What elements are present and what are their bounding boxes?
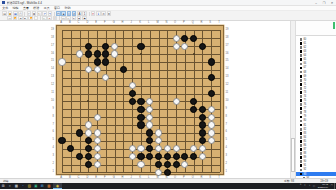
score-icon[interactable]: ∑ [72,16,77,20]
white-stone[interactable] [155,129,162,136]
toolbar-separator [89,12,90,16]
black-move-icon [300,50,303,53]
black-stone[interactable] [120,66,127,73]
main-area: 6061626364656667686970717273747576777879… [0,21,336,178]
nav-back-10-icon[interactable]: ⏪ [13,16,18,20]
black-move-icon [300,58,303,61]
black-move-icon [300,91,303,94]
row-coordinate-label: 5 [226,138,233,141]
options-icon[interactable]: ⚙ [107,11,112,15]
row-coordinate-label: 7 [47,123,54,126]
new-file-icon[interactable]: ▤ [2,11,7,15]
row-coordinate-label: 18 [226,36,233,39]
row-coordinate-label: 8 [47,115,54,118]
black-stone[interactable] [146,153,153,160]
white-stone[interactable] [164,145,171,152]
move-label: 87 [303,148,306,151]
white-stone[interactable] [155,137,162,144]
nav-next-icon[interactable]: ▶ [23,16,28,20]
maximize-button[interactable]: ❐ [320,0,328,6]
black-move-icon [300,148,303,151]
row-coordinate-label: 13 [47,75,54,78]
row-coordinate-label: 14 [47,67,54,70]
nav-fwd-10-icon[interactable]: ⏩ [28,16,33,20]
col-coordinate-label: Q [190,21,195,24]
black-stone[interactable] [146,129,153,136]
move-label: 88 [303,152,306,155]
row-coordinate-label: 17 [226,44,233,47]
black-stone[interactable] [208,58,215,65]
col-coordinate-label: L [146,21,151,24]
move-label: 61 [303,42,306,45]
black-stone[interactable] [164,169,171,176]
white-stone[interactable] [129,145,136,152]
white-move-icon [300,144,303,147]
white-move-icon [300,103,303,106]
black-stone[interactable] [190,98,197,105]
row-coordinate-label: 10 [47,99,54,102]
white-stone[interactable] [208,121,215,128]
white-stone[interactable] [146,106,153,113]
black-stone[interactable] [137,106,144,113]
black-move-icon [300,156,303,159]
white-stone[interactable] [58,58,65,65]
white-stone[interactable] [85,121,92,128]
black-move-icon [300,124,303,127]
move-label: 75 [303,99,306,102]
row-coordinate-label: 2 [47,162,54,165]
col-coordinate-label: T [217,21,222,24]
black-stone[interactable] [85,43,92,50]
black-stone[interactable] [199,43,206,50]
black-stone[interactable] [94,58,101,65]
black-stone[interactable] [199,121,206,128]
black-stone[interactable] [199,129,206,136]
move-label: 74 [303,95,306,98]
move-label: 65 [303,58,306,61]
black-stone[interactable] [76,129,83,136]
stop-icon[interactable]: ■ [47,16,52,20]
black-stone[interactable] [199,137,206,144]
menu-item[interactable]: 编辑 [10,6,20,11]
black-stone[interactable] [85,137,92,144]
black-stone[interactable] [102,43,109,50]
system-tray: ^≈♪中16:422023/6/14▭ [298,183,336,190]
row-coordinate-label: 12 [226,83,233,86]
black-move-icon [300,164,303,167]
row-coordinate-label: 1 [226,170,233,173]
move-label: 91 [303,164,306,167]
white-stone[interactable] [181,43,188,50]
move-tree-panel: 6061626364656667686970717273747576777879… [296,21,336,178]
black-stone[interactable] [155,153,162,160]
toolbar-separator [59,16,60,20]
row-coordinate-label: 4 [226,146,233,149]
delete-node-icon[interactable]: ✕ [91,11,96,15]
star-point [193,53,195,55]
row-coordinate-label: 12 [47,83,54,86]
active-app-taskbar-button[interactable]: ◉ [53,183,62,190]
nav-last-icon[interactable]: ⏭ [34,16,39,20]
row-coordinate-label: 8 [226,115,233,118]
row-coordinate-label: 5 [47,138,54,141]
move-label: 80 [303,119,306,122]
row-coordinate-label: 18 [47,36,54,39]
white-stone[interactable] [173,35,180,42]
white-stone[interactable] [94,137,101,144]
white-stone[interactable] [199,153,206,160]
black-stone[interactable] [181,153,188,160]
black-move-icon [300,140,303,143]
black-stone[interactable] [137,121,144,128]
col-coordinate-label: D [85,21,90,24]
black-stone[interactable] [85,161,92,168]
row-coordinate-label: 16 [47,52,54,55]
white-stone[interactable] [181,161,188,168]
col-coordinate-label: F [102,21,107,24]
white-move-icon [300,111,303,114]
white-stone[interactable] [94,153,101,160]
black-stone[interactable] [199,106,206,113]
row-coordinate-label: 14 [226,67,233,70]
white-stone[interactable] [146,98,153,105]
black-stone[interactable] [164,153,171,160]
row-coordinate-label: 7 [226,123,233,126]
black-stone[interactable] [190,35,197,42]
col-coordinate-label: K [138,21,143,24]
black-stone[interactable] [164,161,171,168]
menu-item[interactable]: 帮助 [62,6,72,11]
white-move-icon [300,54,303,57]
white-stone[interactable] [111,50,118,57]
row-coordinate-label: 1 [47,170,54,173]
black-stone[interactable] [173,161,180,168]
black-stone[interactable] [129,98,136,105]
move-label: 79 [303,115,306,118]
move-label: 68 [303,71,306,74]
toolbar-separator [24,12,25,16]
black-move-icon [300,132,303,135]
row-coordinate-label: 11 [226,91,233,94]
black-stone[interactable] [67,145,74,152]
black-stone[interactable] [155,161,162,168]
black-stone[interactable] [102,50,109,57]
move-label: 71 [303,83,306,86]
row-coordinate-label: 6 [47,130,54,133]
black-move-icon [300,67,303,70]
black-stone[interactable] [137,114,144,121]
white-stone[interactable] [94,145,101,152]
row-coordinate-label: 11 [47,91,54,94]
col-coordinate-label: A [59,21,64,24]
black-stone[interactable] [76,153,83,160]
toolbar-separator [40,16,41,20]
white-stone[interactable] [129,153,136,160]
menu-item[interactable]: 窗口 [52,6,62,11]
row-coordinate-label: 15 [226,59,233,62]
white-stone[interactable] [102,74,109,81]
minimize-button[interactable]: – [312,0,320,6]
col-coordinate-label: B [67,21,72,24]
row-coordinate-label: 19 [47,28,54,31]
col-coordinate-label: G [111,21,116,24]
menu-item[interactable]: 棋谱 [31,6,41,11]
move-label: 85 [303,140,306,143]
move-label: 77 [303,107,306,110]
black-stone[interactable] [129,90,136,97]
row-coordinate-label: 3 [47,154,54,157]
move-label: 62 [303,46,306,49]
white-move-icon [300,136,303,139]
black-stone[interactable] [173,153,180,160]
row-coordinate-label: 10 [226,99,233,102]
black-stone[interactable] [102,58,109,65]
nav-prev-icon[interactable]: ◀ [18,16,23,20]
menu-item[interactable]: 文件 [0,6,10,11]
move-label: 90 [303,160,306,163]
flag-icon[interactable]: ⚑ [82,16,87,20]
show-move-numbers-icon[interactable]: # [53,16,58,20]
move-label: 69 [303,75,306,78]
white-stone[interactable] [94,161,101,168]
taskbar-clock[interactable]: 16:422023/6/14 [318,183,328,188]
white-stone[interactable] [137,145,144,152]
move-label: 92 [303,168,306,171]
app-icon [2,1,5,4]
row-coordinate-label: 6 [226,130,233,133]
black-stone[interactable] [199,114,206,121]
move-label: 82 [303,128,306,131]
move-tree-header [296,21,336,36]
row-coordinate-label: 15 [47,59,54,62]
white-move-icon [300,63,303,66]
white-move-icon [300,46,303,49]
white-stone[interactable] [208,137,215,144]
menu-item[interactable]: 工具 [42,6,52,11]
row-coordinate-label: 17 [47,44,54,47]
game-tree-icon[interactable]: ⌥ [61,16,66,20]
move-label: 70 [303,79,306,82]
move-label: 89 [303,156,306,159]
black-move-icon [300,173,303,176]
move-label: 84 [303,136,306,139]
row-coordinate-label: 4 [47,146,54,149]
col-coordinate-label: J [129,21,134,24]
white-stone[interactable] [155,169,162,176]
white-stone[interactable] [155,145,162,152]
desktop: 棋谱2023.sgf - MultiGo 4.4 – ❐ ✕ 文件编辑查看棋谱工… [0,0,336,189]
black-stone[interactable] [58,137,65,144]
white-stone[interactable] [208,129,215,136]
white-stone[interactable] [94,66,101,73]
move-label: 86 [303,144,306,147]
col-coordinate-label: E [94,21,99,24]
white-move-icon [300,152,303,155]
col-coordinate-label: M [155,21,160,24]
white-move-icon [300,169,303,172]
col-coordinate-label: S [208,21,213,24]
white-stone[interactable] [94,129,101,136]
move-tree-list: 6061626364656667686970717273747576777879… [296,37,336,178]
move-label: 67 [303,66,306,69]
move-label: 63 [303,50,306,53]
white-stone[interactable] [76,50,83,57]
row-coordinate-label: 3 [226,154,233,157]
move-label: 81 [303,124,306,127]
black-stone[interactable] [208,74,215,81]
white-stone[interactable] [173,43,180,50]
black-stone[interactable] [85,145,92,152]
white-stone[interactable] [94,114,101,121]
black-move-icon [300,83,303,86]
black-stone[interactable] [137,98,144,105]
white-stone[interactable] [173,145,180,152]
white-move-icon [300,71,303,74]
black-stone[interactable] [85,153,92,160]
move-label: 76 [303,103,306,106]
white-stone[interactable] [208,114,215,121]
move-label: 64 [303,54,306,57]
toolbar-separator [54,12,55,16]
white-stone[interactable] [111,43,118,50]
white-stone[interactable] [85,66,92,73]
black-stone[interactable] [85,50,92,57]
white-stone[interactable] [146,121,153,128]
photos-icon[interactable]: ▩ [46,183,53,190]
windows-taskbar: ⊞○▦◔▨▣✉▩◉^≈♪中16:422023/6/14▭ [0,183,336,190]
move-label: 72 [303,87,306,90]
star-point [140,53,142,55]
find-icon[interactable]: ◎ [101,11,106,15]
menu-item[interactable]: 查看 [21,6,31,11]
window-title: 棋谱2023.sgf - MultiGo 4.4 [7,1,313,5]
game-info-icon[interactable]: ℹ [96,11,101,15]
move-label: 60 [303,38,306,41]
black-move-icon [300,116,303,119]
black-stone[interactable] [94,50,101,57]
black-stone[interactable] [137,43,144,50]
row-coordinate-label: 19 [226,28,233,31]
black-stone[interactable] [137,153,144,160]
black-move-icon [300,75,303,78]
white-move-icon [300,38,303,41]
black-move-icon [300,107,303,110]
black-move-icon [300,42,303,45]
row-coordinate-label: 9 [226,107,233,110]
white-stone[interactable] [208,106,215,113]
col-coordinate-label: O [173,21,178,24]
col-coordinate-label: P [181,21,186,24]
black-stone[interactable] [190,153,197,160]
white-move-icon [300,95,303,98]
col-coordinate-label: H [120,21,125,24]
black-stone[interactable] [146,137,153,144]
row-coordinate-label: 2 [226,162,233,165]
move-label: 73 [303,91,306,94]
white-move-icon [300,87,303,90]
black-stone[interactable] [181,35,188,42]
move-label: 66 [303,62,306,65]
row-coordinate-label: 13 [226,75,233,78]
white-move-icon [300,79,303,82]
white-move-icon [300,128,303,131]
black-stone[interactable] [190,106,197,113]
black-stone[interactable] [208,90,215,97]
col-coordinate-label: N [164,21,169,24]
ime-icon[interactable]: 中 [312,184,317,188]
row-coordinate-label: 9 [47,107,54,110]
white-move-icon [300,120,303,123]
black-move-icon [300,99,303,102]
white-move-icon [300,160,303,163]
row-coordinate-label: 16 [226,52,233,55]
white-stone[interactable] [199,145,206,152]
comment-icon[interactable]: ✎ [66,16,71,20]
white-stone[interactable] [173,98,180,105]
zoom-board-icon[interactable]: ◉ [77,16,82,20]
tree-scroll-indicator[interactable] [333,22,335,29]
move-label: 83 [303,132,306,135]
white-stone[interactable] [85,129,92,136]
white-stone[interactable] [146,114,153,121]
move-label: 78 [303,111,306,114]
white-stone[interactable] [190,145,197,152]
white-stone[interactable] [137,161,144,168]
white-stone[interactable] [129,82,136,89]
close-button[interactable]: ✕ [328,0,336,6]
col-coordinate-label: R [199,21,204,24]
auto-play-icon[interactable]: ▷ [42,16,47,20]
black-stone[interactable] [146,145,153,152]
go-board[interactable] [56,25,224,175]
col-coordinate-label: C [76,21,81,24]
nav-first-icon[interactable]: ⏮ [7,16,12,20]
move-label: 93 [303,173,306,176]
